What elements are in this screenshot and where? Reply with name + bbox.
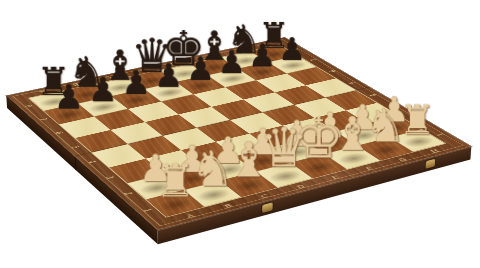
chess-board: ABCDEFGH ABCDEFGH 87654321 87654321 ♜♞♝♛…	[6, 37, 471, 230]
rank-label-6: 6	[313, 65, 352, 77]
board-3d-wrapper: ABCDEFGH ABCDEFGH 87654321 87654321 ♜♞♝♛…	[6, 37, 471, 230]
playing-area: ♜♞♝♛♚♝♞♜♟♟♟♟♟♟♟♟♟♟♟♟♟♟♟♟♜♞♝♛♚♝♞♜	[29, 45, 445, 217]
rank-label-5: 5	[333, 77, 372, 90]
brass-latch	[425, 159, 435, 169]
brass-latch	[263, 202, 274, 213]
white-rook[interactable]: ♜	[148, 158, 202, 203]
scene: ABCDEFGH ABCDEFGH 87654321 87654321 ♜♞♝♛…	[0, 0, 480, 268]
